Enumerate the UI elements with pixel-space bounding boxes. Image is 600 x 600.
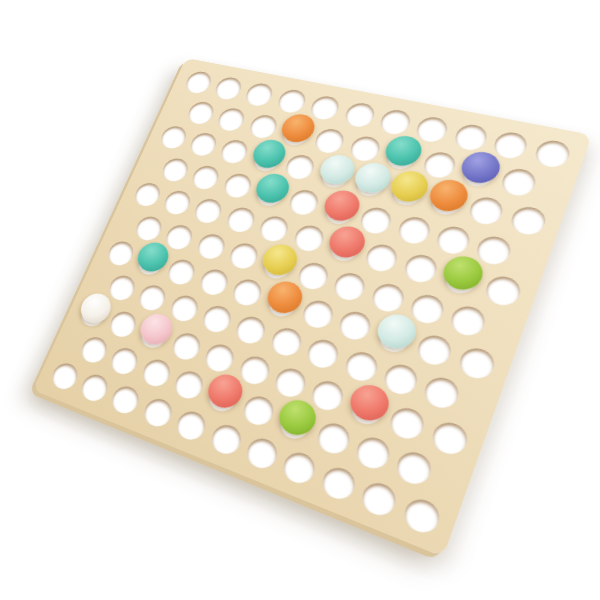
hole-r3-c5[interactable]: [282, 153, 317, 182]
hole-r5-c11[interactable]: [482, 273, 524, 309]
hole-r2-c8[interactable]: [420, 150, 458, 181]
hole-r11-c7[interactable]: [243, 434, 282, 472]
peg-board: [33, 58, 592, 557]
hole-r6-c9[interactable]: [407, 291, 447, 326]
hole-r6-c7[interactable]: [331, 270, 369, 303]
hole-r8-c6[interactable]: [267, 325, 305, 359]
hole-r11-c3[interactable]: [108, 383, 143, 417]
hole-r6-c3[interactable]: [194, 231, 228, 261]
hole-r5-c2[interactable]: [161, 188, 194, 217]
hole-r11-c6[interactable]: [207, 420, 245, 457]
hole-r3-c11[interactable]: [507, 204, 548, 237]
hole-r10-c1[interactable]: [77, 334, 110, 366]
hole-r4-c8[interactable]: [394, 214, 433, 246]
hole-r1-c6[interactable]: [342, 101, 378, 129]
hole-r4-c3[interactable]: [220, 171, 254, 200]
hole-r6-c10[interactable]: [448, 303, 490, 339]
hole-r10-c6[interactable]: [239, 393, 277, 429]
hole-r9-c2[interactable]: [106, 308, 140, 340]
hole-r1-c5[interactable]: [308, 94, 343, 121]
hole-r8-c7[interactable]: [304, 336, 343, 371]
hole-r1-c10[interactable]: [491, 130, 531, 161]
hole-r10-c4[interactable]: [171, 368, 207, 403]
hole-r8-c4[interactable]: [199, 303, 235, 336]
hole-r9-c10[interactable]: [386, 404, 428, 443]
hole-r2-c1[interactable]: [185, 100, 217, 126]
hole-r6-c2[interactable]: [163, 222, 197, 252]
hole-r5-c5[interactable]: [256, 214, 292, 245]
hole-r8-c3[interactable]: [167, 293, 202, 325]
hole-r3-c10[interactable]: [466, 195, 506, 228]
hole-r6-c1[interactable]: [132, 214, 165, 243]
hole-r11-c2[interactable]: [78, 371, 112, 404]
hole-r11-c8[interactable]: [280, 448, 320, 487]
hole-r4-c5[interactable]: [286, 187, 322, 217]
hole-r11-c9[interactable]: [318, 463, 359, 503]
hole-r8-c2[interactable]: [135, 283, 169, 314]
hole-r1-c4[interactable]: [275, 87, 309, 114]
ball-orange-r3-c9[interactable]: [425, 177, 472, 215]
hole-r2-c10[interactable]: [499, 166, 540, 198]
hole-r8-c5[interactable]: [233, 314, 270, 348]
hole-r10-c9[interactable]: [352, 433, 393, 472]
hole-r9-c6[interactable]: [236, 352, 273, 387]
hole-r4-c1[interactable]: [159, 156, 192, 183]
hole-r4-c2[interactable]: [189, 163, 222, 191]
hole-r9-c5[interactable]: [202, 341, 238, 375]
hole-r9-c11[interactable]: [428, 418, 471, 458]
hole-r7-c1[interactable]: [104, 239, 137, 268]
hole-r7-c3[interactable]: [165, 257, 199, 288]
hole-r3-c2[interactable]: [187, 131, 220, 158]
hole-r2-c3[interactable]: [246, 113, 280, 140]
hole-r2-c6[interactable]: [347, 134, 383, 163]
hole-r6-c8[interactable]: [368, 280, 407, 314]
hole-r2-c5[interactable]: [312, 127, 348, 155]
hole-r10-c8[interactable]: [313, 419, 353, 457]
hole-r6-c6[interactable]: [295, 259, 332, 292]
hole-r2-c2[interactable]: [215, 106, 248, 133]
hole-r8-c9[interactable]: [380, 361, 421, 398]
hole-r5-c1[interactable]: [131, 181, 163, 209]
hole-r7-c7[interactable]: [299, 297, 337, 331]
photo-background: [0, 0, 600, 600]
hole-r8-c1[interactable]: [105, 273, 138, 303]
hole-r4-c10[interactable]: [474, 233, 515, 267]
hole-r9-c8[interactable]: [308, 377, 347, 414]
hole-r1-c11[interactable]: [532, 138, 573, 170]
hole-r1-c3[interactable]: [243, 81, 276, 107]
hole-r7-c8[interactable]: [336, 308, 375, 343]
hole-r5-c4[interactable]: [223, 205, 258, 235]
hole-r10-c10[interactable]: [393, 448, 435, 489]
hole-r10-c2[interactable]: [107, 345, 141, 378]
hole-r11-c10[interactable]: [358, 478, 400, 519]
hole-r7-c10[interactable]: [414, 332, 455, 369]
hole-r10-c3[interactable]: [139, 356, 174, 390]
hole-r11-c1[interactable]: [48, 359, 81, 391]
ball-pale-mint-r3-c6[interactable]: [315, 152, 359, 188]
hole-r11-c5[interactable]: [173, 407, 210, 443]
hole-r8-c8[interactable]: [341, 349, 381, 385]
hole-r11-c11[interactable]: [400, 494, 443, 536]
hole-r5-c8[interactable]: [363, 242, 402, 275]
hole-r9-c4[interactable]: [169, 330, 204, 363]
hole-r9-c7[interactable]: [271, 365, 309, 401]
hole-r7-c5[interactable]: [229, 276, 265, 308]
hole-r8-c10[interactable]: [421, 374, 463, 412]
hole-r6-c4[interactable]: [226, 240, 261, 271]
hole-r5-c9[interactable]: [401, 252, 441, 286]
hole-r1-c9[interactable]: [451, 122, 490, 152]
hole-r1-c8[interactable]: [414, 115, 452, 144]
hole-r7-c11[interactable]: [455, 344, 497, 382]
hole-r1-c2[interactable]: [212, 75, 245, 101]
hole-r3-c3[interactable]: [218, 138, 252, 166]
hole-r5-c3[interactable]: [191, 197, 225, 226]
hole-r4-c9[interactable]: [433, 223, 473, 256]
hole-r1-c1[interactable]: [182, 69, 214, 94]
hole-r11-c4[interactable]: [140, 395, 176, 430]
hole-r3-c1[interactable]: [157, 124, 189, 151]
hole-r1-c7[interactable]: [377, 107, 414, 136]
hole-r7-c4[interactable]: [196, 266, 231, 297]
hole-r5-c6[interactable]: [290, 223, 327, 254]
hole-r4-c7[interactable]: [357, 205, 395, 237]
